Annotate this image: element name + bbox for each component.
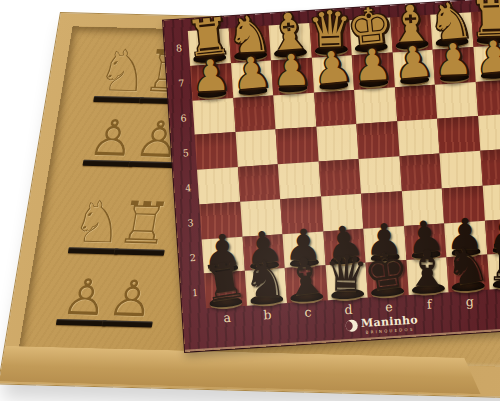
rank-label-left-5: 5	[180, 147, 193, 159]
piece-white-pawn-d7[interactable]: ♟	[311, 55, 354, 93]
pawn-glyph: ♟	[434, 38, 474, 82]
pawn-glyph: ♟	[311, 45, 354, 92]
rank-label-left-3: 3	[184, 217, 197, 229]
piece-white-pawn-a7[interactable]: ♟	[190, 63, 233, 101]
piece-white-pawn-e7[interactable]: ♟	[352, 52, 395, 90]
piece-black-king-e1[interactable]: ♚	[366, 262, 409, 300]
chess-board-group: ♜♞♝♛♚♝♞♜♟♟♟♟♟♟♟♟♟♟♟♟♟♟♟♟♜♞♝♛♚♝♞♜ 8877665…	[163, 0, 500, 352]
file-label-bottom-f: f	[408, 295, 449, 313]
piece-black-rook-h1[interactable]: ♜	[487, 254, 500, 292]
rank-label-left-7: 7	[175, 77, 188, 89]
pawn-outline-engraving: ♙	[99, 273, 163, 324]
brand-logo-icon	[345, 319, 358, 332]
piece-white-pawn-f7[interactable]: ♟	[392, 50, 435, 88]
piece-white-pawn-c7[interactable]: ♟	[271, 58, 314, 96]
piece-black-knight-b1[interactable]: ♞	[244, 270, 287, 308]
chess-board: ♜♞♝♛♚♝♞♜♟♟♟♟♟♟♟♟♟♟♟♟♟♟♟♟♜♞♝♛♚♝♞♜ 8877665…	[163, 0, 500, 352]
piece-black-rook-a1[interactable]: ♜	[204, 273, 247, 311]
pawn-glyph: ♟	[352, 43, 393, 88]
rank-label-left-8: 8	[173, 42, 186, 54]
pawn-glyph: ♟	[392, 40, 434, 86]
board-pieces: ♜♞♝♛♚♝♞♜♟♟♟♟♟♟♟♟♟♟♟♟♟♟♟♟♜♞♝♛♚♝♞♜	[188, 9, 500, 308]
piece-black-bishop-f1[interactable]: ♝	[406, 259, 449, 297]
rank-label-left-6: 6	[177, 112, 190, 124]
pawn-glyph: ♟	[473, 34, 500, 80]
piece-white-pawn-b7[interactable]: ♟	[231, 61, 274, 99]
rook-outline-engraving: ♖	[111, 194, 177, 253]
file-label-bottom-b: b	[247, 306, 288, 324]
pawn-glyph: ♟	[272, 49, 312, 93]
file-label-bottom-h: h	[489, 290, 500, 308]
rank-label-left-1: 1	[189, 287, 202, 299]
tray-slot-pawn: ♙	[99, 273, 164, 327]
pawn-glyph: ♟	[231, 50, 273, 96]
pawn-glyph: ♟	[191, 54, 232, 99]
piece-white-pawn-g7[interactable]: ♟	[433, 47, 476, 85]
piece-black-knight-g1[interactable]: ♞	[447, 257, 490, 295]
rook-glyph: ♜	[485, 238, 500, 288]
piece-white-pawn-h7[interactable]: ♟	[473, 44, 500, 82]
piece-black-queen-d1[interactable]: ♛	[325, 265, 368, 303]
tray-slot-rook: ♖	[111, 194, 177, 256]
piece-black-bishop-c1[interactable]: ♝	[285, 267, 328, 305]
rank-label-left-4: 4	[182, 182, 195, 194]
